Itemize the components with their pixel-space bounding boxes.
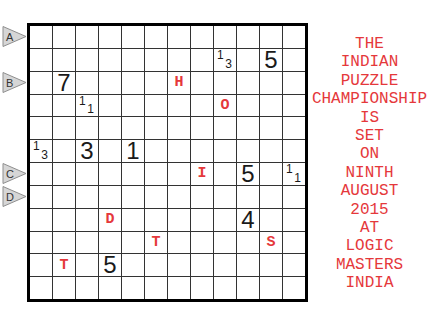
announcement-text: THEINDIANPUZZLECHAMPIONSHIPISSETONNINTHA… — [306, 35, 433, 293]
clue-pair-top: 1 — [286, 164, 293, 174]
cell-r10c6[interactable]: T — [145, 232, 167, 254]
cell-r10c9[interactable] — [214, 232, 236, 254]
clue-pair-top: 1 — [33, 141, 40, 151]
cell-r2c10[interactable] — [237, 49, 259, 71]
arrow-label: B — [6, 77, 13, 88]
cell-r12c9[interactable] — [214, 277, 236, 299]
cell-r3c6[interactable] — [145, 72, 167, 94]
cell-r8c12[interactable] — [283, 186, 305, 208]
cell-r6c8[interactable] — [191, 140, 213, 162]
cell-r5c6[interactable] — [145, 117, 167, 139]
clue-pair-bottom: 1 — [87, 104, 94, 114]
cell-r4c2[interactable] — [53, 95, 75, 117]
cell-r9c3[interactable] — [76, 209, 98, 231]
cell-r1c9[interactable] — [214, 26, 236, 48]
cell-r9c1[interactable] — [30, 209, 52, 231]
cell-r7c1[interactable] — [30, 163, 52, 185]
cell-r2c12[interactable] — [283, 49, 305, 71]
row-arrow-D: D — [2, 185, 27, 208]
cell-r5c3[interactable] — [76, 117, 98, 139]
cell-r6c5[interactable]: 1 — [122, 140, 144, 162]
cell-r10c1[interactable] — [30, 232, 52, 254]
cell-r3c10[interactable] — [237, 72, 259, 94]
clue-letter: T — [145, 232, 167, 254]
cell-r1c7[interactable] — [168, 26, 190, 48]
caption-line: NINTH — [306, 164, 433, 182]
cell-r7c5[interactable] — [122, 163, 144, 185]
cell-r10c2[interactable] — [53, 232, 75, 254]
cell-r1c6[interactable] — [145, 26, 167, 48]
cell-r7c10[interactable]: 5 — [237, 163, 259, 185]
cell-r2c2[interactable] — [53, 49, 75, 71]
caption-line: THE — [306, 35, 433, 53]
cell-r8c5[interactable] — [122, 186, 144, 208]
arrow-label: D — [6, 191, 14, 202]
cell-r10c12[interactable] — [283, 232, 305, 254]
cell-r4c11[interactable] — [260, 95, 282, 117]
cell-r5c4[interactable] — [99, 117, 121, 139]
cell-r8c2[interactable] — [53, 186, 75, 208]
cell-r6c7[interactable] — [168, 140, 190, 162]
caption-line: IS — [306, 109, 433, 127]
caption-line: SET — [306, 127, 433, 145]
cell-r4c12[interactable] — [283, 95, 305, 117]
cell-r2c6[interactable] — [145, 49, 167, 71]
cell-r4c3[interactable]: 11 — [76, 95, 98, 117]
cell-r4c4[interactable] — [99, 95, 121, 117]
cell-r12c3[interactable] — [76, 277, 98, 299]
clue-letter: H — [168, 72, 190, 94]
cell-r11c9[interactable] — [214, 254, 236, 276]
cell-r9c12[interactable] — [283, 209, 305, 231]
cell-r6c2[interactable] — [53, 140, 75, 162]
puzzle-page: 1357H11O1331I511D4TST5 THEINDIANPUZZLECH… — [0, 0, 433, 329]
cell-r6c11[interactable] — [260, 140, 282, 162]
cell-r4c10[interactable] — [237, 95, 259, 117]
cell-r2c1[interactable] — [30, 49, 52, 71]
clue-number: 4 — [237, 209, 259, 231]
clue-number: 7 — [53, 72, 75, 94]
cell-r11c11[interactable] — [260, 254, 282, 276]
row-arrow-A: A — [2, 25, 27, 48]
cell-r8c1[interactable] — [30, 186, 52, 208]
cell-r12c12[interactable] — [283, 277, 305, 299]
cell-r12c4[interactable] — [99, 277, 121, 299]
clue-number: 5 — [237, 163, 259, 185]
cell-r11c12[interactable] — [283, 254, 305, 276]
clue-pair-bottom: 3 — [225, 59, 232, 69]
cell-r11c5[interactable] — [122, 254, 144, 276]
clue-number: 5 — [99, 254, 121, 276]
cell-r4c1[interactable] — [30, 95, 52, 117]
cell-r6c10[interactable] — [237, 140, 259, 162]
cell-r5c2[interactable] — [53, 117, 75, 139]
caption-line: ON — [306, 145, 433, 163]
cell-r7c9[interactable] — [214, 163, 236, 185]
clue-number: 1 — [122, 140, 144, 162]
cell-r10c8[interactable] — [191, 232, 213, 254]
cell-r8c4[interactable] — [99, 186, 121, 208]
cell-r6c6[interactable] — [145, 140, 167, 162]
caption-line: INDIAN — [306, 53, 433, 71]
cell-r11c1[interactable] — [30, 254, 52, 276]
clue-number: 5 — [260, 49, 282, 71]
cell-r2c5[interactable] — [122, 49, 144, 71]
clue-pair-bottom: 3 — [41, 150, 48, 160]
row-arrow-C: C — [2, 162, 27, 185]
cell-r12c2[interactable] — [53, 277, 75, 299]
cell-r7c2[interactable] — [53, 163, 75, 185]
cell-r12c5[interactable] — [122, 277, 144, 299]
cell-r7c12[interactable]: 11 — [283, 163, 305, 185]
cell-r9c11[interactable] — [260, 209, 282, 231]
caption-line: AUGUST — [306, 182, 433, 200]
cell-r2c9[interactable]: 13 — [214, 49, 236, 71]
cell-r5c5[interactable] — [122, 117, 144, 139]
clue-letter: D — [99, 209, 121, 231]
arrow-label: A — [6, 31, 13, 42]
cell-r7c8[interactable]: I — [191, 163, 213, 185]
cell-r2c7[interactable] — [168, 49, 190, 71]
clue-pair-top: 1 — [217, 50, 224, 60]
clue-letter: S — [260, 232, 282, 254]
cell-r3c9[interactable] — [214, 72, 236, 94]
cell-r4c8[interactable] — [191, 95, 213, 117]
caption-line: 2015 — [306, 201, 433, 219]
cell-r10c4[interactable] — [99, 232, 121, 254]
cell-r1c5[interactable] — [122, 26, 144, 48]
cell-r8c6[interactable] — [145, 186, 167, 208]
cell-r9c2[interactable] — [53, 209, 75, 231]
cell-r11c2[interactable]: T — [53, 254, 75, 276]
cell-r4c5[interactable] — [122, 95, 144, 117]
clue-letter: I — [191, 163, 213, 185]
clue-number: 3 — [76, 140, 98, 162]
cell-r7c3[interactable] — [76, 163, 98, 185]
cell-r3c1[interactable] — [30, 72, 52, 94]
cell-r10c10[interactable] — [237, 232, 259, 254]
cell-r12c8[interactable] — [191, 277, 213, 299]
cell-r3c3[interactable] — [76, 72, 98, 94]
cell-r6c4[interactable] — [99, 140, 121, 162]
cell-r1c4[interactable] — [99, 26, 121, 48]
cell-r3c8[interactable] — [191, 72, 213, 94]
caption-line: MASTERS — [306, 256, 433, 274]
cell-r11c8[interactable] — [191, 254, 213, 276]
cell-r12c6[interactable] — [145, 277, 167, 299]
cell-r11c3[interactable] — [76, 254, 98, 276]
cell-r6c3[interactable]: 3 — [76, 140, 98, 162]
clue-pair-bottom: 1 — [294, 173, 301, 183]
cell-r11c10[interactable] — [237, 254, 259, 276]
cell-r11c4[interactable]: 5 — [99, 254, 121, 276]
cell-r2c4[interactable] — [99, 49, 121, 71]
cell-r6c1[interactable]: 13 — [30, 140, 52, 162]
caption-line: AT — [306, 219, 433, 237]
cell-r10c11[interactable]: S — [260, 232, 282, 254]
cell-r6c9[interactable] — [214, 140, 236, 162]
cell-r9c5[interactable] — [122, 209, 144, 231]
cell-r8c9[interactable] — [214, 186, 236, 208]
cell-r8c3[interactable] — [76, 186, 98, 208]
caption-line: LOGIC — [306, 237, 433, 255]
cell-r9c4[interactable]: D — [99, 209, 121, 231]
cell-r12c11[interactable] — [260, 277, 282, 299]
cell-r1c1[interactable] — [30, 26, 52, 48]
cell-r12c1[interactable] — [30, 277, 52, 299]
cell-r5c8[interactable] — [191, 117, 213, 139]
cell-r3c2[interactable]: 7 — [53, 72, 75, 94]
cell-r8c10[interactable] — [237, 186, 259, 208]
cell-r3c4[interactable] — [99, 72, 121, 94]
cell-r12c7[interactable] — [168, 277, 190, 299]
cell-r5c1[interactable] — [30, 117, 52, 139]
cell-r1c10[interactable] — [237, 26, 259, 48]
cell-r3c11[interactable] — [260, 72, 282, 94]
cell-r5c10[interactable] — [237, 117, 259, 139]
clue-letter: T — [53, 254, 75, 276]
cell-r1c11[interactable] — [260, 26, 282, 48]
caption-line: PUZZLE — [306, 72, 433, 90]
cell-r3c5[interactable] — [122, 72, 144, 94]
cell-r3c7[interactable]: H — [168, 72, 190, 94]
cell-r7c6[interactable] — [145, 163, 167, 185]
cell-r11c6[interactable] — [145, 254, 167, 276]
cell-r9c8[interactable] — [191, 209, 213, 231]
cell-r2c8[interactable] — [191, 49, 213, 71]
cell-r10c7[interactable] — [168, 232, 190, 254]
cell-r8c11[interactable] — [260, 186, 282, 208]
cell-r1c2[interactable] — [53, 26, 75, 48]
cell-r5c12[interactable] — [283, 117, 305, 139]
cell-r1c3[interactable] — [76, 26, 98, 48]
caption-line: INDIA — [306, 274, 433, 292]
cell-r11c7[interactable] — [168, 254, 190, 276]
cell-r6c12[interactable] — [283, 140, 305, 162]
cell-r5c7[interactable] — [168, 117, 190, 139]
cell-r10c5[interactable] — [122, 232, 144, 254]
clue-pair-top: 1 — [79, 96, 86, 106]
cell-r12c10[interactable] — [237, 277, 259, 299]
cell-r4c7[interactable] — [168, 95, 190, 117]
cell-r9c6[interactable] — [145, 209, 167, 231]
cell-r1c8[interactable] — [191, 26, 213, 48]
cell-r8c7[interactable] — [168, 186, 190, 208]
cell-r5c11[interactable] — [260, 117, 282, 139]
cell-r5c9[interactable] — [214, 117, 236, 139]
cell-r2c3[interactable] — [76, 49, 98, 71]
cell-r7c7[interactable] — [168, 163, 190, 185]
cell-r7c11[interactable] — [260, 163, 282, 185]
cell-r4c9[interactable]: O — [214, 95, 236, 117]
row-arrow-B: B — [2, 71, 27, 94]
puzzle-board: 1357H11O1331I511D4TST5 — [27, 23, 308, 302]
cell-r9c7[interactable] — [168, 209, 190, 231]
cell-r1c12[interactable] — [283, 26, 305, 48]
cell-r8c8[interactable] — [191, 186, 213, 208]
cell-r9c10[interactable]: 4 — [237, 209, 259, 231]
cell-r2c11[interactable]: 5 — [260, 49, 282, 71]
cell-r9c9[interactable] — [214, 209, 236, 231]
cell-r3c12[interactable] — [283, 72, 305, 94]
arrow-label: C — [6, 168, 14, 179]
clue-letter: O — [214, 95, 236, 117]
cell-r7c4[interactable] — [99, 163, 121, 185]
cell-r10c3[interactable] — [76, 232, 98, 254]
cell-r4c6[interactable] — [145, 95, 167, 117]
caption-line: CHAMPIONSHIP — [306, 90, 433, 108]
